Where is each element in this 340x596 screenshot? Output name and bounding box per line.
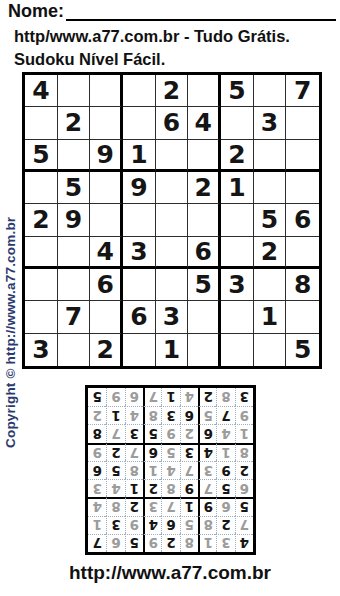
- puzzle-cell: [123, 334, 156, 366]
- puzzle-cell: 2: [90, 334, 123, 366]
- solution-cell: 1: [180, 497, 198, 515]
- puzzle-cell: 2: [25, 204, 58, 236]
- puzzle-cell: [188, 301, 221, 333]
- puzzle-cell: 1: [156, 334, 189, 366]
- solution-cell: 4: [125, 406, 143, 424]
- solution-cell: 6: [125, 388, 143, 406]
- solution-grid-rotated: 4318295677285649315691732846579821432937…: [85, 385, 256, 555]
- solution-cell: 5: [235, 497, 253, 515]
- puzzle-cell: [25, 172, 58, 204]
- solution-cell: 8: [235, 443, 253, 461]
- solution-cell: 6: [88, 461, 106, 479]
- solution-cell: 1: [106, 406, 124, 424]
- solution-cell: 9: [143, 534, 161, 552]
- solution-cell: 3: [216, 534, 234, 552]
- puzzle-cell: 8: [286, 269, 319, 301]
- solution-cell: 5: [143, 424, 161, 442]
- puzzle-cell: [286, 172, 319, 204]
- solution-cell: 1: [216, 443, 234, 461]
- puzzle-cell: 5: [188, 269, 221, 301]
- solution-cell: 2: [235, 461, 253, 479]
- solution-cell: 3: [106, 516, 124, 534]
- puzzle-cell: [90, 204, 123, 236]
- solution-cell: 6: [106, 534, 124, 552]
- puzzle-cell: [25, 237, 58, 269]
- puzzle-cell: [254, 334, 287, 366]
- puzzle-cell: 2: [254, 237, 287, 269]
- puzzle-cell: 6: [90, 269, 123, 301]
- solution-cell: 7: [125, 443, 143, 461]
- puzzle-cell: 3: [156, 301, 189, 333]
- puzzle-cell: [221, 301, 254, 333]
- puzzle-cell: 6: [188, 237, 221, 269]
- solution-cell: 4: [180, 388, 198, 406]
- puzzle-cell: [58, 237, 91, 269]
- puzzle-cell: [58, 334, 91, 366]
- puzzle-cell: [286, 140, 319, 172]
- puzzle-cell: 1: [123, 140, 156, 172]
- solution-cell: 5: [180, 516, 198, 534]
- solution-cell: 4: [198, 443, 216, 461]
- solution-cell: 5: [125, 534, 143, 552]
- solution-cell: 4: [235, 534, 253, 552]
- solution-cell: 6: [216, 497, 234, 515]
- solution-cell: 8: [216, 388, 234, 406]
- solution-cell: 1: [235, 424, 253, 442]
- solution-cell: 7: [216, 406, 234, 424]
- puzzle-cell: 4: [90, 237, 123, 269]
- puzzle-cell: 9: [123, 172, 156, 204]
- puzzle-cell: [254, 140, 287, 172]
- puzzle-cell: 6: [286, 204, 319, 236]
- puzzle-cell: 3: [123, 237, 156, 269]
- name-label: Nome:: [8, 1, 64, 21]
- solution-cell: 3: [161, 406, 179, 424]
- solution-cell: 6: [143, 443, 161, 461]
- solution-cell: 8: [125, 461, 143, 479]
- solution-cell: 8: [143, 406, 161, 424]
- puzzle-cell: [286, 107, 319, 139]
- puzzle-cell: 5: [25, 140, 58, 172]
- solution-cell: 7: [235, 516, 253, 534]
- puzzle-cell: 1: [221, 172, 254, 204]
- name-blank-line: [66, 1, 336, 21]
- puzzle-cell: [25, 269, 58, 301]
- solution-cell: 9: [125, 516, 143, 534]
- puzzle-cell: 4: [25, 75, 58, 107]
- puzzle-cell: [221, 204, 254, 236]
- solution-cell: 1: [143, 461, 161, 479]
- puzzle-cell: [90, 172, 123, 204]
- puzzle-cell: [123, 269, 156, 301]
- puzzle-cell: [221, 237, 254, 269]
- puzzle-cell: [156, 269, 189, 301]
- puzzle-cell: 2: [221, 140, 254, 172]
- footer-url: http://www.a77.com.br: [0, 562, 340, 584]
- puzzle-cell: [188, 204, 221, 236]
- puzzle-cell: [25, 301, 58, 333]
- puzzle-cell: 9: [90, 140, 123, 172]
- solution-cell: 5: [161, 443, 179, 461]
- solution-cell: 6: [198, 424, 216, 442]
- solution-cell: 9: [106, 388, 124, 406]
- solution-cell: 4: [106, 479, 124, 497]
- puzzle-cell: [254, 75, 287, 107]
- solution-cell: 7: [180, 461, 198, 479]
- solution-cell: 8: [198, 516, 216, 534]
- solution-cell: 3: [180, 443, 198, 461]
- solution-cell: 2: [125, 497, 143, 515]
- puzzle-cell: [286, 301, 319, 333]
- puzzle-cell: [90, 75, 123, 107]
- solution-cell: 5: [88, 388, 106, 406]
- puzzle-cell: [58, 75, 91, 107]
- solution-cell: 2: [216, 516, 234, 534]
- solution-cell: 9: [161, 424, 179, 442]
- puzzle-cell: 1: [254, 301, 287, 333]
- solution-cell: 1: [88, 516, 106, 534]
- solution-cell: 2: [161, 534, 179, 552]
- puzzle-cell: 5: [58, 172, 91, 204]
- puzzle-cell: 2: [58, 107, 91, 139]
- puzzle-cell: 3: [25, 334, 58, 366]
- puzzle-cell: 2: [156, 75, 189, 107]
- puzzle-cell: [286, 237, 319, 269]
- solution-cell: 3: [235, 388, 253, 406]
- solution-cell: 6: [235, 479, 253, 497]
- solution-cell: 8: [88, 424, 106, 442]
- solution-cell: 7: [143, 388, 161, 406]
- puzzle-cell: 9: [58, 204, 91, 236]
- puzzle-cell: 3: [254, 107, 287, 139]
- solution-cell: 4: [88, 497, 106, 515]
- solution-cell: 2: [106, 443, 124, 461]
- puzzle-cell: 5: [221, 75, 254, 107]
- solution-cell: 4: [216, 424, 234, 442]
- puzzle-cell: 3: [221, 269, 254, 301]
- solution-cell: 4: [161, 461, 179, 479]
- puzzle-cell: [188, 334, 221, 366]
- solution-cell: 5: [198, 406, 216, 424]
- puzzle-cell: [156, 140, 189, 172]
- solution-cell: 7: [198, 479, 216, 497]
- sudoku-print-page: Nome: http/www.a77.com.br - Tudo Grátis.…: [0, 0, 340, 596]
- solution-cell: 1: [161, 388, 179, 406]
- puzzle-cell: [221, 107, 254, 139]
- solution-cell: 7: [88, 534, 106, 552]
- puzzle-cell: [58, 140, 91, 172]
- solution-cell: 9: [198, 497, 216, 515]
- puzzle-cell: [188, 75, 221, 107]
- solution-cell: 8: [106, 497, 124, 515]
- puzzle-cell: [123, 75, 156, 107]
- solution-cell: 7: [161, 497, 179, 515]
- site-title: http/www.a77.com.br - Tudo Grátis.: [14, 27, 290, 46]
- solution-cell: 5: [216, 479, 234, 497]
- solution-cell: 4: [143, 516, 161, 534]
- solution-cell: 2: [180, 424, 198, 442]
- copyright-vertical-text: Copyright © http://www.a77.com.br: [3, 217, 18, 448]
- puzzle-cell: 2: [188, 172, 221, 204]
- puzzle-cell: [123, 204, 156, 236]
- solution-cell: 1: [198, 534, 216, 552]
- puzzle-cell: [221, 334, 254, 366]
- solution-cell: 3: [143, 497, 161, 515]
- puzzle-cell: [123, 107, 156, 139]
- solution-cell: 5: [106, 461, 124, 479]
- puzzle-cell: 5: [254, 204, 287, 236]
- solution-cell: 1: [125, 479, 143, 497]
- name-row: Nome:: [8, 1, 336, 21]
- puzzle-cell: [90, 301, 123, 333]
- puzzle-cell: [90, 107, 123, 139]
- solution-cell: 9: [180, 479, 198, 497]
- difficulty-title: Sudoku Nível Fácil.: [14, 50, 165, 69]
- solution-cell: 8: [161, 479, 179, 497]
- solution-cell: 2: [198, 388, 216, 406]
- solution-cell: 3: [198, 461, 216, 479]
- puzzle-cell: [156, 237, 189, 269]
- puzzle-cell: [156, 204, 189, 236]
- puzzle-cell: [254, 269, 287, 301]
- solution-cell: 9: [235, 406, 253, 424]
- solution-cell: 2: [88, 406, 106, 424]
- puzzle-grid: 425726435912592129564362653876313215: [22, 72, 322, 369]
- puzzle-cell: 7: [58, 301, 91, 333]
- solution-cell: 3: [125, 424, 143, 442]
- solution-cell: 6: [161, 516, 179, 534]
- solution-cell: 9: [216, 461, 234, 479]
- puzzle-cell: [254, 172, 287, 204]
- puzzle-cell: 4: [188, 107, 221, 139]
- puzzle-cell: [25, 107, 58, 139]
- solution-cell: 2: [143, 479, 161, 497]
- puzzle-cell: [188, 140, 221, 172]
- puzzle-cell: 6: [123, 301, 156, 333]
- solution-cell: 8: [180, 534, 198, 552]
- puzzle-cell: 5: [286, 334, 319, 366]
- solution-cell: 7: [106, 424, 124, 442]
- solution-cell: 9: [88, 443, 106, 461]
- puzzle-cell: 6: [156, 107, 189, 139]
- puzzle-cell: [58, 269, 91, 301]
- puzzle-cell: 7: [286, 75, 319, 107]
- solution-cell: 6: [180, 406, 198, 424]
- puzzle-cell: [156, 172, 189, 204]
- solution-cell: 3: [88, 479, 106, 497]
